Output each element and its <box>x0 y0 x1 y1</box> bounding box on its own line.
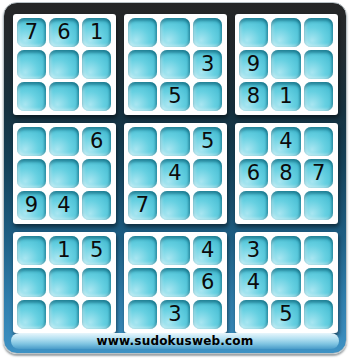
cell-r2c6[interactable]: 3 <box>193 50 223 79</box>
cell-r4c8[interactable]: 4 <box>271 127 301 156</box>
cell-r6c7[interactable] <box>239 191 269 220</box>
cell-r1c4[interactable] <box>128 18 158 47</box>
cell-r6c6[interactable] <box>193 191 223 220</box>
cell-r1c2[interactable]: 6 <box>49 18 79 47</box>
cell-r7c6[interactable]: 4 <box>193 236 223 265</box>
cell-r5c4[interactable] <box>128 159 158 188</box>
cell-r9c6[interactable] <box>193 300 223 329</box>
cell-r1c7[interactable] <box>239 18 269 47</box>
cell-r9c5[interactable]: 3 <box>160 300 190 329</box>
site-url[interactable]: www.sudokusweb.com <box>11 333 339 349</box>
cell-r7c9[interactable] <box>304 236 334 265</box>
cell-r9c1[interactable] <box>17 300 47 329</box>
cell-r3c5[interactable]: 5 <box>160 82 190 111</box>
cell-r3c7[interactable]: 8 <box>239 82 269 111</box>
cell-r4c9[interactable] <box>304 127 334 156</box>
cell-r8c9[interactable] <box>304 268 334 297</box>
cell-r4c6[interactable]: 5 <box>193 127 223 156</box>
cell-r8c6[interactable]: 6 <box>193 268 223 297</box>
box-1: 761 <box>13 14 116 115</box>
box-8: 463 <box>124 232 227 333</box>
cell-r5c9[interactable]: 7 <box>304 159 334 188</box>
cell-r4c5[interactable] <box>160 127 190 156</box>
cell-r5c8[interactable]: 8 <box>271 159 301 188</box>
cell-r3c8[interactable]: 1 <box>271 82 301 111</box>
sudoku-board-boxes: 76135981694547468715463345 <box>4 14 346 333</box>
cell-r9c9[interactable] <box>304 300 334 329</box>
cell-r6c1[interactable]: 9 <box>17 191 47 220</box>
cell-r7c3[interactable]: 5 <box>82 236 112 265</box>
cell-r1c8[interactable] <box>271 18 301 47</box>
cell-r1c9[interactable] <box>304 18 334 47</box>
cell-r5c2[interactable] <box>49 159 79 188</box>
cell-r1c6[interactable] <box>193 18 223 47</box>
cell-r7c1[interactable] <box>17 236 47 265</box>
cell-r1c3[interactable]: 1 <box>82 18 112 47</box>
cell-r8c8[interactable] <box>271 268 301 297</box>
cell-r8c7[interactable]: 4 <box>239 268 269 297</box>
cell-r9c7[interactable] <box>239 300 269 329</box>
cell-r5c3[interactable] <box>82 159 112 188</box>
cell-r1c5[interactable] <box>160 18 190 47</box>
box-2: 35 <box>124 14 227 115</box>
cell-r2c2[interactable] <box>49 50 79 79</box>
cell-r2c4[interactable] <box>128 50 158 79</box>
cell-r2c1[interactable] <box>17 50 47 79</box>
cell-r5c6[interactable] <box>193 159 223 188</box>
cell-r4c4[interactable] <box>128 127 158 156</box>
box-9: 345 <box>235 232 338 333</box>
cell-r7c8[interactable] <box>271 236 301 265</box>
cell-r9c4[interactable] <box>128 300 158 329</box>
cell-r5c7[interactable]: 6 <box>239 159 269 188</box>
cell-r3c4[interactable] <box>128 82 158 111</box>
sudoku-board: 76135981694547468715463345 www.sudokuswe… <box>3 2 347 354</box>
box-7: 15 <box>13 232 116 333</box>
cell-r4c7[interactable] <box>239 127 269 156</box>
cell-r6c2[interactable]: 4 <box>49 191 79 220</box>
cell-r2c5[interactable] <box>160 50 190 79</box>
cell-r2c9[interactable] <box>304 50 334 79</box>
cell-r6c9[interactable] <box>304 191 334 220</box>
cell-r3c1[interactable] <box>17 82 47 111</box>
cell-r8c3[interactable] <box>82 268 112 297</box>
cell-r3c9[interactable] <box>304 82 334 111</box>
cell-r6c8[interactable] <box>271 191 301 220</box>
box-5: 547 <box>124 123 227 224</box>
cell-r2c3[interactable] <box>82 50 112 79</box>
cell-r8c1[interactable] <box>17 268 47 297</box>
cell-r7c2[interactable]: 1 <box>49 236 79 265</box>
cell-r6c4[interactable]: 7 <box>128 191 158 220</box>
cell-r4c1[interactable] <box>17 127 47 156</box>
cell-r9c2[interactable] <box>49 300 79 329</box>
cell-r5c1[interactable] <box>17 159 47 188</box>
cell-r7c4[interactable] <box>128 236 158 265</box>
cell-r2c7[interactable]: 9 <box>239 50 269 79</box>
cell-r3c3[interactable] <box>82 82 112 111</box>
cell-r2c8[interactable] <box>271 50 301 79</box>
cell-r6c3[interactable] <box>82 191 112 220</box>
box-4: 694 <box>13 123 116 224</box>
box-6: 4687 <box>235 123 338 224</box>
cell-r9c3[interactable] <box>82 300 112 329</box>
cell-r8c2[interactable] <box>49 268 79 297</box>
cell-r9c8[interactable]: 5 <box>271 300 301 329</box>
cell-r3c2[interactable] <box>49 82 79 111</box>
box-3: 981 <box>235 14 338 115</box>
cell-r8c5[interactable] <box>160 268 190 297</box>
cell-r7c7[interactable]: 3 <box>239 236 269 265</box>
cell-r4c2[interactable] <box>49 127 79 156</box>
cell-r6c5[interactable] <box>160 191 190 220</box>
cell-r8c4[interactable] <box>128 268 158 297</box>
cell-r7c5[interactable] <box>160 236 190 265</box>
cell-r5c5[interactable]: 4 <box>160 159 190 188</box>
cell-r1c1[interactable]: 7 <box>17 18 47 47</box>
cell-r4c3[interactable]: 6 <box>82 127 112 156</box>
cell-r3c6[interactable] <box>193 82 223 111</box>
